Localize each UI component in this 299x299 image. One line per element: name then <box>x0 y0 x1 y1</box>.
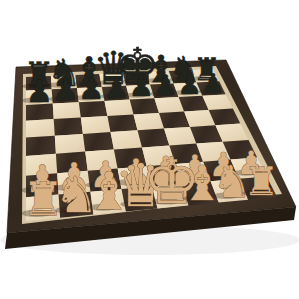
chessboard: ♜♞♝♛♚♝♞♜♟♟♟♟♟♟♟♟♟♟♟♟♟♟♟♟♜♞♝♛♚♝♞♜ <box>0 0 299 299</box>
square-b4 <box>55 134 85 154</box>
piece-black-pawn-g7: ♟ <box>177 68 202 101</box>
square-e5 <box>134 113 165 130</box>
square-d5 <box>107 114 137 132</box>
piece-black-pawn-a7: ♟ <box>25 73 53 109</box>
piece-white-rook-h1: ♜ <box>243 159 278 204</box>
piece-black-pawn-e7: ♟ <box>128 69 154 103</box>
chess-set-product-photo: ♜♞♝♛♚♝♞♜♟♟♟♟♟♟♟♟♟♟♟♟♟♟♟♟♜♞♝♛♚♝♞♜ <box>0 0 299 299</box>
square-b5 <box>54 118 83 136</box>
piece-black-pawn-d7: ♟ <box>104 71 130 105</box>
square-d4 <box>111 130 143 149</box>
square-c4 <box>83 132 114 152</box>
piece-black-pawn-b7: ♟ <box>52 72 79 107</box>
piece-black-pawn-f7: ♟ <box>153 69 178 102</box>
piece-black-pawn-c7: ♟ <box>78 71 105 106</box>
square-a4 <box>26 136 56 156</box>
piece-black-pawn-h7: ♟ <box>201 68 225 99</box>
square-c5 <box>81 116 111 134</box>
square-a5 <box>26 119 55 138</box>
